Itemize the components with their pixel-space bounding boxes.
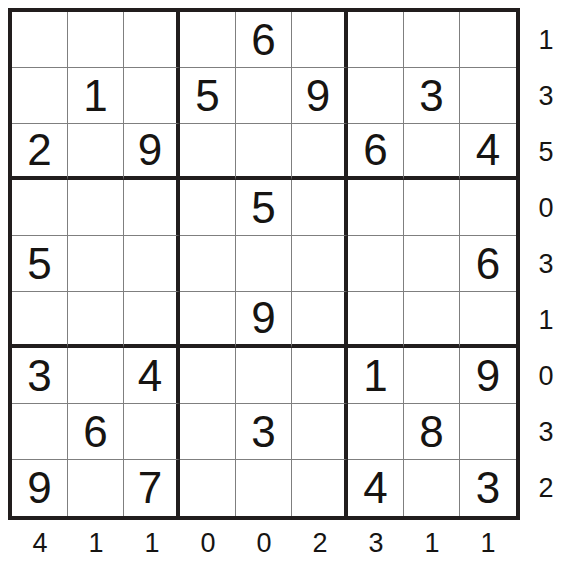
cell-r3c7[interactable]: 6 [348,124,404,180]
row-clue-3: 5 [527,124,565,180]
cell-r8c7[interactable] [348,404,404,460]
col-clue-7: 3 [348,524,404,562]
cell-r8c5[interactable]: 3 [236,404,292,460]
col-clue-6: 2 [292,524,348,562]
col-clue-2: 1 [68,524,124,562]
cell-r7c5[interactable] [236,348,292,404]
cell-r5c9[interactable]: 6 [460,236,516,292]
cell-r2c9[interactable] [460,68,516,124]
cell-r6c5[interactable]: 9 [236,292,292,348]
cell-r3c6[interactable] [292,124,348,180]
cell-r7c2[interactable] [68,348,124,404]
cell-r2c7[interactable] [348,68,404,124]
cell-r7c9[interactable]: 9 [460,348,516,404]
row-clue-6: 1 [527,292,565,348]
cell-r1c3[interactable] [124,12,180,68]
cell-r2c5[interactable] [236,68,292,124]
cell-r9c6[interactable] [292,460,348,516]
col-clue-9: 1 [460,524,516,562]
cell-r9c2[interactable] [68,460,124,516]
cell-r7c7[interactable]: 1 [348,348,404,404]
cell-r5c8[interactable] [404,236,460,292]
cell-r9c8[interactable] [404,460,460,516]
cell-r9c4[interactable] [180,460,236,516]
cell-r8c2[interactable]: 6 [68,404,124,460]
cell-r2c6[interactable]: 9 [292,68,348,124]
cell-r8c3[interactable] [124,404,180,460]
cell-r4c6[interactable] [292,180,348,236]
cell-r9c9[interactable]: 3 [460,460,516,516]
cell-r9c1[interactable]: 9 [12,460,68,516]
row-clues-right: 135031032 [527,12,565,516]
cell-r1c5[interactable]: 6 [236,12,292,68]
cell-r2c4[interactable]: 5 [180,68,236,124]
cell-r2c2[interactable]: 1 [68,68,124,124]
cell-r7c6[interactable] [292,348,348,404]
cell-r6c1[interactable] [12,292,68,348]
cell-r4c3[interactable] [124,180,180,236]
cell-r4c1[interactable] [12,180,68,236]
cell-r6c6[interactable] [292,292,348,348]
row-clue-7: 0 [527,348,565,404]
cell-r7c3[interactable]: 4 [124,348,180,404]
cell-r3c2[interactable] [68,124,124,180]
cell-r6c4[interactable] [180,292,236,348]
row-clue-2: 3 [527,68,565,124]
cell-r8c4[interactable] [180,404,236,460]
cell-r1c9[interactable] [460,12,516,68]
cell-r4c5[interactable]: 5 [236,180,292,236]
col-clue-8: 1 [404,524,460,562]
cell-r2c1[interactable] [12,68,68,124]
cell-r6c9[interactable] [460,292,516,348]
cell-r3c3[interactable]: 9 [124,124,180,180]
cell-r8c8[interactable]: 8 [404,404,460,460]
cell-r5c2[interactable] [68,236,124,292]
cell-r1c6[interactable] [292,12,348,68]
sudoku-board: 615932964556934196389743 [8,8,520,520]
cell-r3c8[interactable] [404,124,460,180]
cell-r8c9[interactable] [460,404,516,460]
row-clue-9: 2 [527,460,565,516]
cell-r3c5[interactable] [236,124,292,180]
cell-r3c4[interactable] [180,124,236,180]
cell-r5c3[interactable] [124,236,180,292]
cell-r9c5[interactable] [236,460,292,516]
cell-r4c2[interactable] [68,180,124,236]
col-clue-3: 1 [124,524,180,562]
cell-r4c7[interactable] [348,180,404,236]
cell-r9c3[interactable]: 7 [124,460,180,516]
cell-r5c1[interactable]: 5 [12,236,68,292]
cell-r7c8[interactable] [404,348,460,404]
cell-r6c8[interactable] [404,292,460,348]
cell-r5c5[interactable] [236,236,292,292]
col-clue-1: 4 [12,524,68,562]
cell-r4c9[interactable] [460,180,516,236]
cell-r5c7[interactable] [348,236,404,292]
row-clue-1: 1 [527,12,565,68]
cell-r1c7[interactable] [348,12,404,68]
cell-r6c7[interactable] [348,292,404,348]
cell-r6c2[interactable] [68,292,124,348]
cell-r7c1[interactable]: 3 [12,348,68,404]
cell-r4c4[interactable] [180,180,236,236]
cell-r1c4[interactable] [180,12,236,68]
cell-r5c4[interactable] [180,236,236,292]
cell-r1c2[interactable] [68,12,124,68]
cell-r2c3[interactable] [124,68,180,124]
cell-r9c7[interactable]: 4 [348,460,404,516]
cell-r1c8[interactable] [404,12,460,68]
cell-r5c6[interactable] [292,236,348,292]
cell-r8c6[interactable] [292,404,348,460]
cell-r7c4[interactable] [180,348,236,404]
cell-r4c8[interactable] [404,180,460,236]
row-clue-4: 0 [527,180,565,236]
row-clue-5: 3 [527,236,565,292]
cell-r6c3[interactable] [124,292,180,348]
col-clue-5: 0 [236,524,292,562]
cell-r3c1[interactable]: 2 [12,124,68,180]
column-clues-bottom: 411002311 [12,524,516,562]
cell-r2c8[interactable]: 3 [404,68,460,124]
col-clue-4: 0 [180,524,236,562]
row-clue-8: 3 [527,404,565,460]
cell-r1c1[interactable] [12,12,68,68]
cell-r8c1[interactable] [12,404,68,460]
cell-r3c9[interactable]: 4 [460,124,516,180]
